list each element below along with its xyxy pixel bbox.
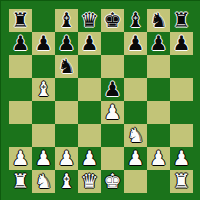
square-h8[interactable]: ♜ (170, 9, 193, 32)
black-bishop[interactable]: ♝ (127, 9, 145, 32)
square-d1[interactable]: ♛ (78, 170, 101, 193)
square-d7[interactable]: ♟ (78, 32, 101, 55)
black-pawn[interactable]: ♟ (12, 32, 30, 55)
white-rook[interactable]: ♜ (12, 170, 30, 193)
black-king[interactable]: ♚ (104, 9, 122, 32)
square-d4[interactable] (78, 101, 101, 124)
white-bishop[interactable]: ♝ (35, 78, 53, 101)
white-pawn[interactable]: ♟ (104, 101, 122, 124)
square-b8[interactable] (32, 9, 55, 32)
square-f5[interactable] (124, 78, 147, 101)
black-rook[interactable]: ♜ (173, 9, 191, 32)
square-b4[interactable] (32, 101, 55, 124)
square-c1[interactable]: ♝ (55, 170, 78, 193)
square-d5[interactable] (78, 78, 101, 101)
square-c4[interactable] (55, 101, 78, 124)
white-pawn[interactable]: ♟ (81, 147, 99, 170)
black-knight[interactable]: ♞ (150, 9, 168, 32)
square-b5[interactable]: ♝ (32, 78, 55, 101)
square-f8[interactable]: ♝ (124, 9, 147, 32)
square-b6[interactable] (32, 55, 55, 78)
square-g7[interactable]: ♟ (147, 32, 170, 55)
square-c3[interactable] (55, 124, 78, 147)
black-pawn[interactable]: ♟ (35, 32, 53, 55)
square-d2[interactable]: ♟ (78, 147, 101, 170)
chess-board: ♜♝♛♚♝♞♜♟♟♟♟♟♟♟♞♝♟♟♞♟♟♟♟♟♟♟♜♞♝♛♚♜ (0, 0, 200, 200)
black-pawn[interactable]: ♟ (173, 32, 191, 55)
square-a5[interactable] (9, 78, 32, 101)
square-h2[interactable]: ♟ (170, 147, 193, 170)
square-a3[interactable] (9, 124, 32, 147)
square-a1[interactable]: ♜ (9, 170, 32, 193)
white-pawn[interactable]: ♟ (173, 147, 191, 170)
square-e1[interactable]: ♚ (101, 170, 124, 193)
square-g1[interactable] (147, 170, 170, 193)
square-f7[interactable]: ♟ (124, 32, 147, 55)
square-e8[interactable]: ♚ (101, 9, 124, 32)
square-h4[interactable] (170, 101, 193, 124)
white-pawn[interactable]: ♟ (127, 147, 145, 170)
square-e5[interactable]: ♟ (101, 78, 124, 101)
square-g4[interactable] (147, 101, 170, 124)
black-pawn[interactable]: ♟ (58, 32, 76, 55)
square-h7[interactable]: ♟ (170, 32, 193, 55)
black-knight[interactable]: ♞ (58, 55, 76, 78)
white-queen[interactable]: ♛ (81, 170, 99, 193)
square-b1[interactable]: ♞ (32, 170, 55, 193)
square-f3[interactable]: ♞ (124, 124, 147, 147)
square-g3[interactable] (147, 124, 170, 147)
white-pawn[interactable]: ♟ (12, 147, 30, 170)
white-knight[interactable]: ♞ (127, 124, 145, 147)
square-g5[interactable] (147, 78, 170, 101)
square-f6[interactable] (124, 55, 147, 78)
white-bishop[interactable]: ♝ (58, 170, 76, 193)
white-knight[interactable]: ♞ (35, 170, 53, 193)
black-pawn[interactable]: ♟ (127, 32, 145, 55)
square-a8[interactable]: ♜ (9, 9, 32, 32)
square-b2[interactable]: ♟ (32, 147, 55, 170)
square-c6[interactable]: ♞ (55, 55, 78, 78)
square-f4[interactable] (124, 101, 147, 124)
white-rook[interactable]: ♜ (173, 170, 191, 193)
square-c8[interactable]: ♝ (55, 9, 78, 32)
square-e4[interactable]: ♟ (101, 101, 124, 124)
square-a7[interactable]: ♟ (9, 32, 32, 55)
square-a2[interactable]: ♟ (9, 147, 32, 170)
square-e3[interactable] (101, 124, 124, 147)
black-queen[interactable]: ♛ (81, 9, 99, 32)
square-e2[interactable] (101, 147, 124, 170)
square-b3[interactable] (32, 124, 55, 147)
board-grid: ♜♝♛♚♝♞♜♟♟♟♟♟♟♟♞♝♟♟♞♟♟♟♟♟♟♟♜♞♝♛♚♜ (9, 9, 193, 193)
square-g8[interactable]: ♞ (147, 9, 170, 32)
square-a6[interactable] (9, 55, 32, 78)
square-e7[interactable] (101, 32, 124, 55)
square-f1[interactable] (124, 170, 147, 193)
square-e6[interactable] (101, 55, 124, 78)
white-king[interactable]: ♚ (104, 170, 122, 193)
black-bishop[interactable]: ♝ (58, 9, 76, 32)
white-pawn[interactable]: ♟ (35, 147, 53, 170)
black-rook[interactable]: ♜ (12, 9, 30, 32)
square-h1[interactable]: ♜ (170, 170, 193, 193)
square-c5[interactable] (55, 78, 78, 101)
square-g2[interactable]: ♟ (147, 147, 170, 170)
square-h5[interactable] (170, 78, 193, 101)
white-pawn[interactable]: ♟ (150, 147, 168, 170)
black-pawn[interactable]: ♟ (150, 32, 168, 55)
square-d8[interactable]: ♛ (78, 9, 101, 32)
square-f2[interactable]: ♟ (124, 147, 147, 170)
white-pawn[interactable]: ♟ (58, 147, 76, 170)
square-h3[interactable] (170, 124, 193, 147)
square-c2[interactable]: ♟ (55, 147, 78, 170)
square-g6[interactable] (147, 55, 170, 78)
black-pawn[interactable]: ♟ (104, 78, 122, 101)
square-c7[interactable]: ♟ (55, 32, 78, 55)
square-a4[interactable] (9, 101, 32, 124)
square-d3[interactable] (78, 124, 101, 147)
square-b7[interactable]: ♟ (32, 32, 55, 55)
square-h6[interactable] (170, 55, 193, 78)
black-pawn[interactable]: ♟ (81, 32, 99, 55)
square-d6[interactable] (78, 55, 101, 78)
